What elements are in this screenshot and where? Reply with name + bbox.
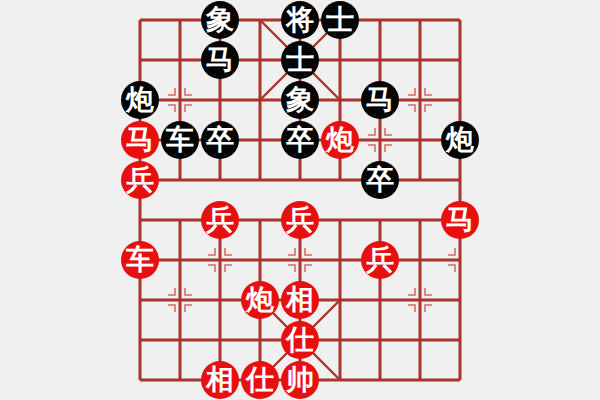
piece-red-elephant[interactable]: 相 (281, 281, 319, 319)
piece-red-soldier[interactable]: 兵 (361, 241, 399, 279)
piece-red-advisor[interactable]: 仕 (281, 321, 319, 359)
piece-black-elephant[interactable]: 象 (281, 81, 319, 119)
piece-red-cannon[interactable]: 炮 (241, 281, 279, 319)
piece-black-general[interactable]: 将 (281, 1, 319, 39)
piece-red-advisor[interactable]: 仕 (241, 361, 279, 399)
piece-red-elephant[interactable]: 相 (201, 361, 239, 399)
piece-red-cannon[interactable]: 炮 (321, 121, 359, 159)
piece-red-horse[interactable]: 马 (441, 201, 479, 239)
piece-black-soldier[interactable]: 卒 (361, 161, 399, 199)
piece-black-elephant[interactable]: 象 (201, 1, 239, 39)
piece-red-general[interactable]: 帅 (281, 361, 319, 399)
piece-black-advisor[interactable]: 士 (321, 1, 359, 39)
pieces-layer: 象将士马士炮象马马车卒卒炮炮兵卒兵兵马车兵炮相仕相仕帅 (0, 0, 600, 400)
piece-red-soldier[interactable]: 兵 (121, 161, 159, 199)
piece-black-cannon[interactable]: 炮 (121, 81, 159, 119)
xiangqi-board: 象将士马士炮象马马车卒卒炮炮兵卒兵兵马车兵炮相仕相仕帅 (0, 0, 600, 400)
piece-black-chariot[interactable]: 车 (161, 121, 199, 159)
piece-black-horse[interactable]: 马 (201, 41, 239, 79)
piece-red-soldier[interactable]: 兵 (201, 201, 239, 239)
piece-red-chariot[interactable]: 车 (121, 241, 159, 279)
piece-black-soldier[interactable]: 卒 (201, 121, 239, 159)
piece-black-advisor[interactable]: 士 (281, 41, 319, 79)
piece-black-soldier[interactable]: 卒 (281, 121, 319, 159)
piece-black-horse[interactable]: 马 (361, 81, 399, 119)
piece-red-soldier[interactable]: 兵 (281, 201, 319, 239)
piece-black-cannon[interactable]: 炮 (441, 121, 479, 159)
piece-red-horse[interactable]: 马 (121, 121, 159, 159)
